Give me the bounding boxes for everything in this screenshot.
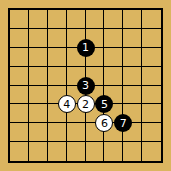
stone-number: 2 bbox=[82, 99, 89, 110]
stone-number: 7 bbox=[120, 118, 127, 129]
stone-number: 3 bbox=[82, 80, 89, 91]
board-frame: 1234567 bbox=[8, 8, 163, 163]
stone-white-2: 2 bbox=[77, 95, 95, 113]
stone-white-6: 6 bbox=[95, 114, 113, 132]
go-board: 1234567 bbox=[0, 0, 171, 171]
stones-layer: 1234567 bbox=[10, 10, 161, 161]
stone-number: 1 bbox=[82, 42, 89, 53]
stone-black-1: 1 bbox=[77, 39, 95, 57]
stone-number: 6 bbox=[101, 118, 108, 129]
stone-black-7: 7 bbox=[114, 114, 132, 132]
stone-black-5: 5 bbox=[95, 95, 113, 113]
stone-white-4: 4 bbox=[58, 95, 76, 113]
stone-number: 5 bbox=[101, 99, 108, 110]
stone-number: 4 bbox=[63, 99, 70, 110]
stone-black-3: 3 bbox=[77, 77, 95, 95]
